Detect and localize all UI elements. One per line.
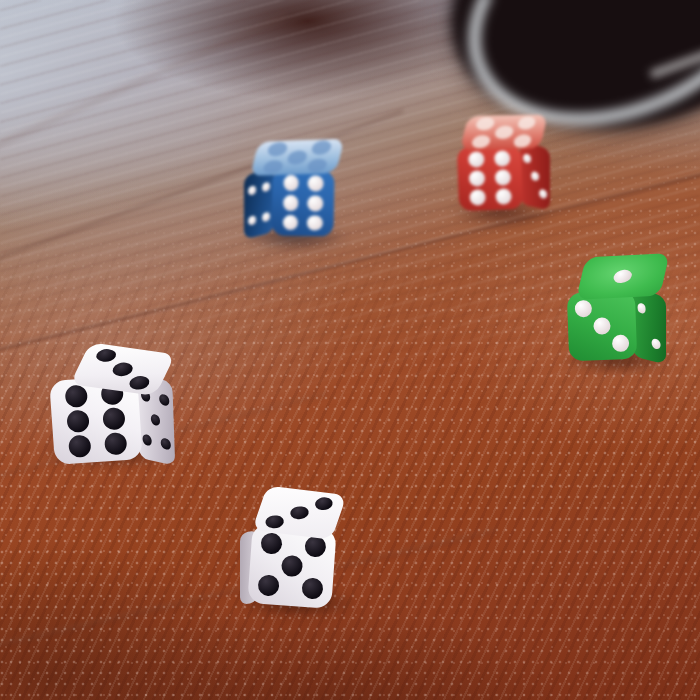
- pip: [262, 211, 270, 222]
- pip: [151, 413, 161, 426]
- pip: [611, 334, 629, 352]
- die-green[interactable]: [564, 256, 678, 370]
- pip: [469, 170, 486, 187]
- pip: [311, 140, 333, 154]
- pip: [475, 117, 496, 130]
- pip: [593, 317, 611, 335]
- pip: [67, 409, 90, 432]
- pip: [258, 574, 280, 596]
- die-green-top-face: [576, 253, 670, 300]
- pip: [264, 514, 286, 528]
- pip: [470, 189, 487, 206]
- die-blue-top-face: [250, 139, 345, 176]
- die-blue[interactable]: [242, 146, 346, 246]
- pip: [523, 153, 531, 164]
- die-red-top-face: [460, 114, 548, 150]
- pip: [495, 169, 512, 186]
- pip: [127, 375, 152, 390]
- pip: [248, 215, 256, 226]
- pip: [468, 151, 485, 168]
- pip: [652, 338, 661, 350]
- die-red-front-face: [457, 145, 523, 211]
- pip: [637, 302, 646, 314]
- pip: [494, 126, 515, 139]
- die-white-left[interactable]: [48, 336, 176, 468]
- pip: [307, 215, 323, 231]
- pip: [104, 432, 127, 455]
- die-white-bottom[interactable]: [236, 484, 356, 616]
- pip: [93, 348, 118, 363]
- pip: [142, 433, 152, 446]
- pip: [286, 150, 308, 164]
- pip: [102, 407, 125, 430]
- pip: [68, 435, 91, 458]
- pip: [308, 195, 324, 211]
- die-blue-front-face: [271, 169, 334, 236]
- pip: [512, 134, 533, 147]
- pip: [612, 269, 634, 283]
- pip: [301, 577, 323, 599]
- pip: [262, 182, 270, 193]
- table-scene: [0, 0, 700, 700]
- pip: [306, 158, 328, 172]
- pip: [517, 116, 538, 129]
- pip: [110, 361, 135, 376]
- pip: [282, 215, 298, 231]
- pip: [248, 185, 256, 196]
- pip: [494, 150, 511, 167]
- pip: [262, 160, 284, 174]
- pip: [289, 505, 311, 519]
- pip: [281, 555, 303, 577]
- die-red-right-face: [520, 142, 550, 210]
- die-blue-left-face: [244, 168, 274, 239]
- die-red[interactable]: [450, 118, 556, 220]
- pip: [308, 176, 324, 192]
- pip: [283, 195, 299, 211]
- pip: [260, 533, 282, 555]
- pip: [495, 188, 512, 205]
- pip: [539, 189, 547, 200]
- pip: [313, 496, 335, 510]
- pip: [161, 437, 171, 450]
- pip: [471, 135, 492, 148]
- pip: [304, 536, 326, 558]
- pip: [65, 384, 88, 407]
- pip: [283, 175, 299, 191]
- die-green-right-face: [632, 288, 666, 364]
- pip: [531, 171, 539, 182]
- die-white-bottom-top-face: [252, 486, 347, 540]
- pip: [266, 142, 288, 156]
- die-green-front-face: [567, 291, 637, 361]
- pip: [575, 300, 593, 318]
- pip: [159, 394, 169, 407]
